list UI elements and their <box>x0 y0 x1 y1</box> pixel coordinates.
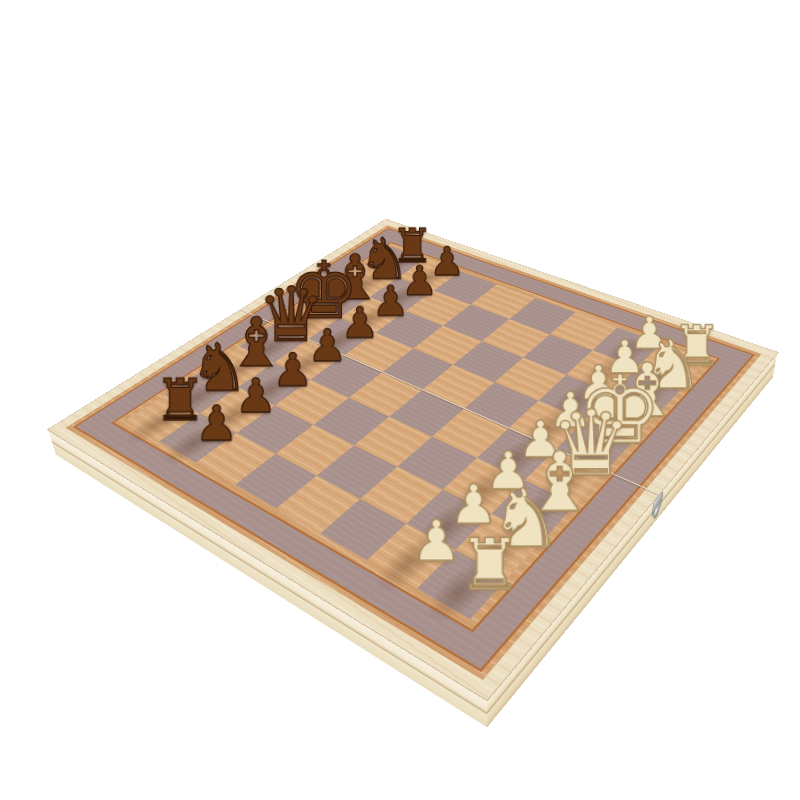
piece-shadow <box>568 359 628 401</box>
outer-margin: ♜♞♝♛♚♝♞♜♟♟♟♟♟♟♟♟♟♟♟♟♟♟♟♟♜♞♝♛♚♝♞♜ <box>66 225 762 680</box>
product-photo-scene: ♜♞♝♛♚♝♞♜♟♟♟♟♟♟♟♟♟♟♟♟♟♟♟♟♜♞♝♛♚♝♞♜ <box>0 0 800 800</box>
inner-margin: ♜♞♝♛♚♝♞♜♟♟♟♟♟♟♟♟♟♟♟♟♟♟♟♟♜♞♝♛♚♝♞♜ <box>111 242 720 632</box>
piece-shadow <box>640 352 698 393</box>
square-h8: ♜ <box>365 247 426 277</box>
border-band: ♜♞♝♛♚♝♞♜♟♟♟♟♟♟♟♟♟♟♟♟♟♟♟♟♜♞♝♛♚♝♞♜ <box>73 228 755 672</box>
chess-board: ♜♞♝♛♚♝♞♜♟♟♟♟♟♟♟♟♟♟♟♟♟♟♟♟♜♞♝♛♚♝♞♜ <box>48 219 778 700</box>
square-e3 <box>464 382 538 428</box>
board-frame: ♜♞♝♛♚♝♞♜♟♟♟♟♟♟♟♟♟♟♟♟♟♟♟♟♜♞♝♛♚♝♞♜ <box>48 219 778 700</box>
